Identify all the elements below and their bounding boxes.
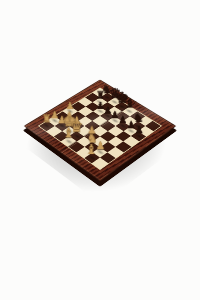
piece-contact-shadow [95,99,105,105]
piece-contact-shadow [125,128,136,135]
chess-board: ♞♛♜♚♝♟♟♟♟♟♟♞♟♟♟♜♟♚♟♟♛♝♞♟♝ [24,79,177,181]
piece-contact-shadow [86,154,97,162]
piece-contact-shadow [63,138,74,145]
piece-contact-shadow [102,113,112,120]
scene: ♞♛♜♚♝♟♟♟♟♟♟♞♟♟♟♜♟♚♟♟♛♝♞♟♝ [0,0,200,300]
piece-contact-shadow [94,148,105,156]
piece-contact-shadow [124,108,134,115]
piece-contact-shadow [87,143,98,151]
pieces-layer: ♞♛♜♚♝♟♟♟♟♟♟♞♟♟♟♜♟♚♟♟♛♝♞♟♝ [24,79,177,181]
product-photo: ♞♛♜♚♝♟♟♟♟♟♟♞♟♟♟♜♟♚♟♟♛♝♞♟♝ [0,0,200,300]
piece-contact-shadow [57,123,67,130]
piece-contact-shadow [65,108,75,115]
